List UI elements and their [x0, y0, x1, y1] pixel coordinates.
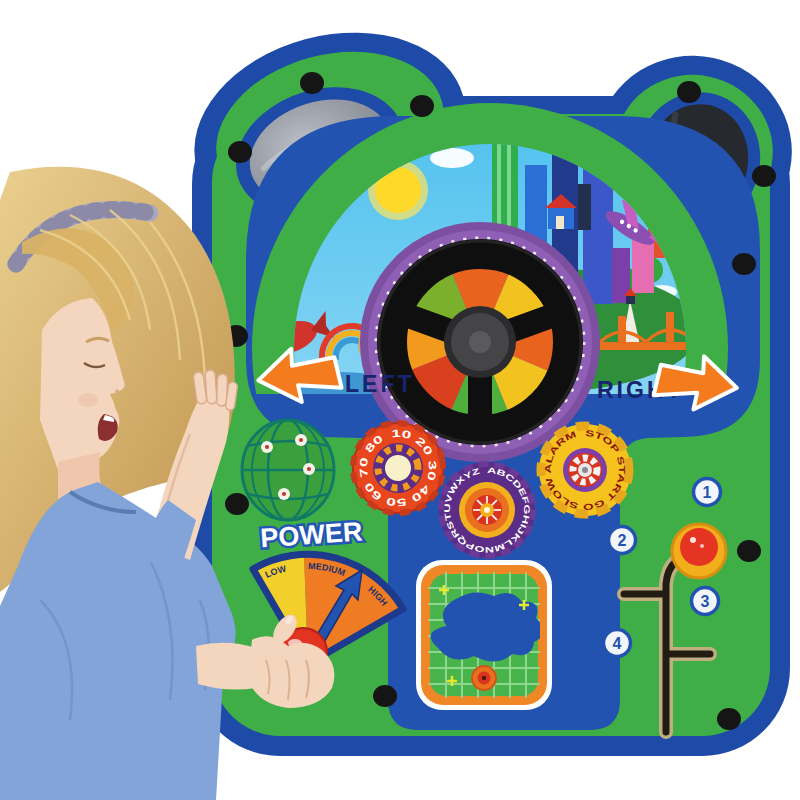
scene: LEFT RIGHT 10 20 30 40 50 [0, 0, 800, 800]
svg-text:1: 1 [703, 484, 712, 501]
shift-position-4: 4 [604, 630, 631, 657]
svg-text:4: 4 [613, 635, 622, 652]
left-label: LEFT [345, 371, 415, 397]
map-compass [472, 666, 496, 690]
photo-background: LEFT RIGHT 10 20 30 40 50 [0, 0, 800, 800]
shift-position-1: 1 [694, 479, 721, 506]
alphabet-dial[interactable]: ABCDEFGHIJKLMNOPQRSTUVWXYZ [439, 462, 535, 558]
svg-text:2: 2 [618, 532, 627, 549]
map-panel [416, 560, 552, 710]
svg-text:3: 3 [701, 593, 710, 610]
shift-knob[interactable] [672, 524, 726, 578]
shift-position-2: 2 [609, 527, 636, 554]
signal-dial[interactable]: STOP START GO SLOW ALARM [539, 424, 631, 516]
shift-position-3: 3 [692, 588, 719, 615]
globe-spinner[interactable] [242, 420, 334, 520]
